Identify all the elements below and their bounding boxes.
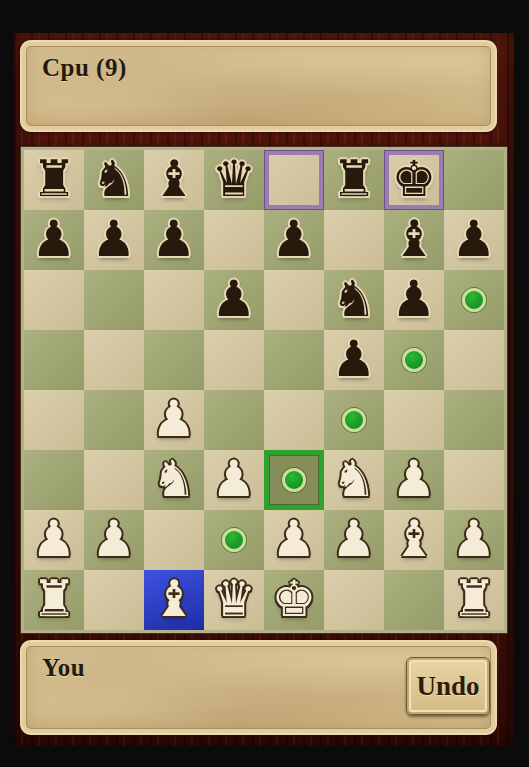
piece-white-pawn[interactable]: ♟ (392, 450, 437, 508)
piece-black-pawn[interactable]: ♟ (152, 210, 197, 268)
square-h4[interactable] (444, 390, 504, 450)
piece-black-pawn[interactable]: ♟ (392, 270, 437, 328)
square-b2[interactable]: ♟ (84, 510, 144, 570)
piece-white-rook[interactable]: ♜ (32, 570, 77, 628)
piece-black-pawn[interactable]: ♟ (452, 210, 497, 268)
square-h8[interactable] (444, 150, 504, 210)
square-g7[interactable]: ♝ (384, 210, 444, 270)
square-b7[interactable]: ♟ (84, 210, 144, 270)
square-g3[interactable]: ♟ (384, 450, 444, 510)
legal-move-dot-f4[interactable] (342, 408, 366, 432)
square-f8[interactable]: ♜ (324, 150, 384, 210)
piece-white-pawn[interactable]: ♟ (332, 510, 377, 568)
piece-white-pawn[interactable]: ♟ (32, 510, 77, 568)
legal-move-dot-g5[interactable] (402, 348, 426, 372)
player-label: You (42, 654, 85, 682)
square-b4[interactable] (84, 390, 144, 450)
square-d2[interactable] (204, 510, 264, 570)
piece-black-rook[interactable]: ♜ (32, 150, 77, 208)
piece-white-pawn[interactable]: ♟ (272, 510, 317, 568)
square-b5[interactable] (84, 330, 144, 390)
square-e8[interactable] (264, 150, 324, 210)
square-d1[interactable]: ♛ (204, 570, 264, 630)
square-c6[interactable] (144, 270, 204, 330)
square-e2[interactable]: ♟ (264, 510, 324, 570)
piece-white-bishop[interactable]: ♝ (392, 510, 437, 568)
app-screen: Cpu (9) ♜♞♝♛♜♚♟♟♟♟♝♟♟♞♟♟♟♞♟♞♟♟♟♟♟♝♟♜♝♛♚♜… (0, 0, 529, 767)
square-b8[interactable]: ♞ (84, 150, 144, 210)
piece-white-king[interactable]: ♚ (272, 570, 317, 628)
square-d7[interactable] (204, 210, 264, 270)
square-f7[interactable] (324, 210, 384, 270)
piece-black-bishop[interactable]: ♝ (152, 150, 197, 208)
square-b6[interactable] (84, 270, 144, 330)
piece-black-pawn[interactable]: ♟ (272, 210, 317, 268)
square-e5[interactable] (264, 330, 324, 390)
opponent-label: Cpu (9) (42, 54, 127, 82)
piece-black-king[interactable]: ♚ (392, 150, 437, 208)
board-frame: ♜♞♝♛♜♚♟♟♟♟♝♟♟♞♟♟♟♞♟♞♟♟♟♟♟♝♟♜♝♛♚♜ (21, 147, 507, 633)
legal-move-dot-d2[interactable] (222, 528, 246, 552)
piece-black-knight[interactable]: ♞ (332, 270, 377, 328)
piece-black-queen[interactable]: ♛ (212, 150, 257, 208)
square-h7[interactable]: ♟ (444, 210, 504, 270)
piece-black-bishop[interactable]: ♝ (392, 210, 437, 268)
legal-move-dot-e3[interactable] (282, 468, 306, 492)
square-d4[interactable] (204, 390, 264, 450)
square-f2[interactable]: ♟ (324, 510, 384, 570)
square-f1[interactable] (324, 570, 384, 630)
piece-white-rook[interactable]: ♜ (452, 570, 497, 628)
square-c7[interactable]: ♟ (144, 210, 204, 270)
square-e3[interactable] (264, 450, 324, 510)
piece-black-pawn[interactable]: ♟ (92, 210, 137, 268)
square-d5[interactable] (204, 330, 264, 390)
square-h1[interactable]: ♜ (444, 570, 504, 630)
square-e4[interactable] (264, 390, 324, 450)
square-g5[interactable] (384, 330, 444, 390)
square-d8[interactable]: ♛ (204, 150, 264, 210)
square-e6[interactable] (264, 270, 324, 330)
piece-black-pawn[interactable]: ♟ (332, 330, 377, 388)
square-g6[interactable]: ♟ (384, 270, 444, 330)
piece-white-pawn[interactable]: ♟ (92, 510, 137, 568)
square-f6[interactable]: ♞ (324, 270, 384, 330)
square-a8[interactable]: ♜ (24, 150, 84, 210)
square-e7[interactable]: ♟ (264, 210, 324, 270)
square-c2[interactable] (144, 510, 204, 570)
square-g1[interactable] (384, 570, 444, 630)
square-c1[interactable]: ♝ (144, 570, 204, 630)
square-g8[interactable]: ♚ (384, 150, 444, 210)
piece-black-knight[interactable]: ♞ (92, 150, 137, 208)
square-a7[interactable]: ♟ (24, 210, 84, 270)
square-a4[interactable] (24, 390, 84, 450)
square-b1[interactable] (84, 570, 144, 630)
square-f5[interactable]: ♟ (324, 330, 384, 390)
square-g4[interactable] (384, 390, 444, 450)
piece-white-knight[interactable]: ♞ (332, 450, 377, 508)
square-h2[interactable]: ♟ (444, 510, 504, 570)
square-e1[interactable]: ♚ (264, 570, 324, 630)
square-h5[interactable] (444, 330, 504, 390)
square-c5[interactable] (144, 330, 204, 390)
opponent-panel: Cpu (9) (20, 40, 497, 132)
square-d6[interactable]: ♟ (204, 270, 264, 330)
piece-white-pawn[interactable]: ♟ (152, 390, 197, 448)
square-f3[interactable]: ♞ (324, 450, 384, 510)
square-c8[interactable]: ♝ (144, 150, 204, 210)
piece-white-pawn[interactable]: ♟ (212, 450, 257, 508)
chess-board: ♜♞♝♛♜♚♟♟♟♟♝♟♟♞♟♟♟♞♟♞♟♟♟♟♟♝♟♜♝♛♚♜ (24, 150, 504, 630)
piece-black-pawn[interactable]: ♟ (32, 210, 77, 268)
piece-white-bishop[interactable]: ♝ (152, 570, 197, 628)
square-h6[interactable] (444, 270, 504, 330)
square-c4[interactable]: ♟ (144, 390, 204, 450)
square-c3[interactable]: ♞ (144, 450, 204, 510)
square-a1[interactable]: ♜ (24, 570, 84, 630)
square-f4[interactable] (324, 390, 384, 450)
piece-white-queen[interactable]: ♛ (212, 570, 257, 628)
piece-black-pawn[interactable]: ♟ (212, 270, 257, 328)
square-a5[interactable] (24, 330, 84, 390)
square-a6[interactable] (24, 270, 84, 330)
piece-black-rook[interactable]: ♜ (332, 150, 377, 208)
square-a3[interactable] (24, 450, 84, 510)
legal-move-dot-h6[interactable] (462, 288, 486, 312)
undo-button[interactable]: Undo (406, 657, 490, 715)
square-h3[interactable] (444, 450, 504, 510)
player-panel: You Undo (20, 640, 497, 735)
square-d3[interactable]: ♟ (204, 450, 264, 510)
piece-white-pawn[interactable]: ♟ (452, 510, 497, 568)
square-g2[interactable]: ♝ (384, 510, 444, 570)
piece-white-knight[interactable]: ♞ (152, 450, 197, 508)
square-b3[interactable] (84, 450, 144, 510)
square-a2[interactable]: ♟ (24, 510, 84, 570)
